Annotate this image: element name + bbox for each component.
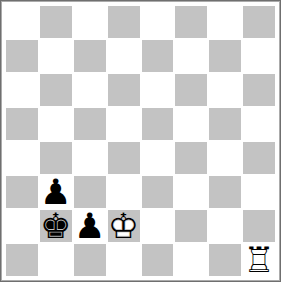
- square-e3[interactable]: [141, 175, 175, 209]
- square-h7[interactable]: [242, 39, 276, 73]
- square-h8[interactable]: [242, 5, 276, 39]
- square-c1[interactable]: [73, 243, 107, 277]
- square-g5[interactable]: [208, 107, 242, 141]
- square-d8[interactable]: [107, 5, 141, 39]
- chess-board: ♟♚♟♚♔♜♖: [5, 5, 276, 277]
- board-frame: ♟♚♟♚♔♜♖: [0, 0, 281, 282]
- square-e2[interactable]: [141, 209, 175, 243]
- square-h1[interactable]: ♜♖: [242, 243, 276, 277]
- square-b6[interactable]: [39, 73, 73, 107]
- black-pawn-piece[interactable]: ♟: [39, 175, 73, 209]
- square-f2[interactable]: [174, 209, 208, 243]
- white-king-icon: ♔: [108, 209, 139, 244]
- white-rook-piece[interactable]: ♜♖: [242, 243, 276, 277]
- square-b7[interactable]: [39, 39, 73, 73]
- square-e5[interactable]: [141, 107, 175, 141]
- square-g3[interactable]: [208, 175, 242, 209]
- square-d1[interactable]: [107, 243, 141, 277]
- square-a7[interactable]: [5, 39, 39, 73]
- square-h5[interactable]: [242, 107, 276, 141]
- square-c5[interactable]: [73, 107, 107, 141]
- square-f7[interactable]: [174, 39, 208, 73]
- square-h3[interactable]: [242, 175, 276, 209]
- square-e8[interactable]: [141, 5, 175, 39]
- square-g2[interactable]: [208, 209, 242, 243]
- square-b2[interactable]: ♚: [39, 209, 73, 243]
- black-pawn-icon: ♟: [40, 175, 71, 210]
- square-c8[interactable]: [73, 5, 107, 39]
- square-a4[interactable]: [5, 141, 39, 175]
- square-f1[interactable]: [174, 243, 208, 277]
- square-d7[interactable]: [107, 39, 141, 73]
- square-d4[interactable]: [107, 141, 141, 175]
- square-h2[interactable]: [242, 209, 276, 243]
- black-king-icon: ♚: [40, 209, 71, 244]
- square-d3[interactable]: [107, 175, 141, 209]
- square-a3[interactable]: [5, 175, 39, 209]
- square-g6[interactable]: [208, 73, 242, 107]
- square-f6[interactable]: [174, 73, 208, 107]
- white-king-piece[interactable]: ♚♔: [107, 209, 141, 243]
- square-a2[interactable]: [5, 209, 39, 243]
- chess-diagram: ♟♚♟♚♔♜♖: [0, 0, 281, 285]
- square-g8[interactable]: [208, 5, 242, 39]
- square-c3[interactable]: [73, 175, 107, 209]
- square-c2[interactable]: ♟: [73, 209, 107, 243]
- square-f3[interactable]: [174, 175, 208, 209]
- square-a6[interactable]: [5, 73, 39, 107]
- square-e1[interactable]: [141, 243, 175, 277]
- square-g4[interactable]: [208, 141, 242, 175]
- square-b3[interactable]: ♟: [39, 175, 73, 209]
- square-g1[interactable]: [208, 243, 242, 277]
- square-h4[interactable]: [242, 141, 276, 175]
- square-c6[interactable]: [73, 73, 107, 107]
- black-pawn-piece[interactable]: ♟: [73, 209, 107, 243]
- square-b8[interactable]: [39, 5, 73, 39]
- white-rook-icon: ♖: [243, 243, 274, 278]
- square-d5[interactable]: [107, 107, 141, 141]
- square-f4[interactable]: [174, 141, 208, 175]
- square-b5[interactable]: [39, 107, 73, 141]
- square-d2[interactable]: ♚♔: [107, 209, 141, 243]
- square-f8[interactable]: [174, 5, 208, 39]
- square-a1[interactable]: [5, 243, 39, 277]
- square-c4[interactable]: [73, 141, 107, 175]
- square-f5[interactable]: [174, 107, 208, 141]
- black-king-piece[interactable]: ♚: [39, 209, 73, 243]
- square-e6[interactable]: [141, 73, 175, 107]
- square-e7[interactable]: [141, 39, 175, 73]
- square-g7[interactable]: [208, 39, 242, 73]
- square-b1[interactable]: [39, 243, 73, 277]
- square-c7[interactable]: [73, 39, 107, 73]
- square-h6[interactable]: [242, 73, 276, 107]
- square-a8[interactable]: [5, 5, 39, 39]
- square-a5[interactable]: [5, 107, 39, 141]
- square-d6[interactable]: [107, 73, 141, 107]
- black-pawn-icon: ♟: [74, 209, 105, 244]
- square-e4[interactable]: [141, 141, 175, 175]
- square-b4[interactable]: [39, 141, 73, 175]
